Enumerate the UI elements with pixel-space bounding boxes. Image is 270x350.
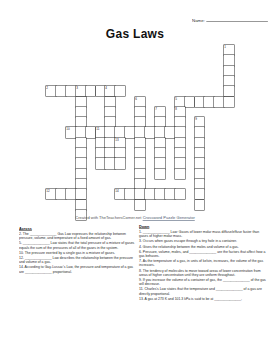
clue-number: 12 [46,189,50,192]
grid-cell[interactable] [135,179,145,189]
grid-cell[interactable]: 3 [76,86,86,96]
grid-cell[interactable] [105,117,115,127]
grid-cell[interactable] [76,107,86,117]
grid-cell[interactable] [96,138,106,148]
grid-cell[interactable] [76,158,86,168]
down-clue-list: 1. ______________ Law: Gases of lower mo… [139,230,268,301]
grid-cell[interactable] [86,86,96,96]
clue-item: 9. If you increase the volume of a conta… [139,278,268,286]
grid-cell[interactable] [175,127,185,137]
generator-link[interactable]: Crossword Puzzle Generator [143,216,195,220]
page-title: Gas Laws [0,27,270,41]
grid-cell[interactable] [195,158,205,168]
clue-item-text: A gas at 273 K and 101.3 kPa is said to … [145,297,243,301]
grid-cell[interactable] [224,55,234,65]
grid-cell[interactable] [175,138,185,148]
grid-cell[interactable] [105,97,115,107]
grid-cell[interactable] [76,189,86,199]
clue-item-text: According to Gay-Lussac's Law, the press… [19,265,133,273]
clue-item: 7. As the temperature of a gas, in units… [139,259,268,267]
grid-cell[interactable] [135,107,145,117]
grid-cell[interactable]: 1 [224,45,234,55]
grid-cell[interactable] [105,107,115,117]
grid-cell[interactable] [125,189,135,199]
grid-cell[interactable] [155,189,165,199]
clue-item: 5. ______________ Law states that the to… [19,241,138,249]
credit-text: Created with TheTeachersCorner.net [75,216,141,220]
grid-cell[interactable] [224,76,234,86]
grid-cell[interactable] [115,86,125,96]
grid-cell[interactable] [175,148,185,158]
grid-cell[interactable] [86,127,96,137]
clue-number: 5 [175,97,177,100]
clue-item: 8. The tendency of molecules to move tow… [139,268,268,276]
grid-cell[interactable] [76,179,86,189]
clue-item-text: If you increase the volume of a containe… [139,278,266,286]
across-clue-list: 2. The ______________ Gas Law expresses … [19,232,138,274]
grid-cell[interactable] [155,148,165,158]
down-clues-section: Down 1. ______________ Law: Gases of low… [139,224,268,302]
clue-number: 13 [115,138,119,141]
across-clues-section: Across 2. The ______________ Gas Law exp… [19,226,138,275]
clue-number: 11 [96,127,99,130]
clue-item: 4. Gives the relationship between the mo… [139,244,268,248]
grid-cell[interactable]: 8 [175,107,185,117]
grid-cell[interactable] [76,117,86,127]
grid-cell[interactable] [76,169,86,179]
grid-cell[interactable] [195,127,205,137]
grid-cell[interactable] [135,148,145,158]
clue-number: 6 [135,97,137,100]
clue-item-text: Charles's Law states that the temperatur… [139,287,262,295]
grid-cell[interactable] [195,179,205,189]
grid-cell[interactable]: 2 [46,86,56,96]
clue-item-text: As the temperature of a gas, in units of… [139,259,263,267]
name-row: Name: [192,17,268,23]
grid-cell[interactable] [66,189,76,199]
grid-cell[interactable]: 7 [155,107,165,117]
clue-item-text: ______________ Law: Gases of lower molar… [139,230,259,238]
grid-cell[interactable] [96,158,106,168]
grid-cell[interactable] [185,97,195,107]
grid-cell[interactable] [105,138,115,148]
grid-cell[interactable] [195,97,205,107]
clue-number: 1 [224,45,226,48]
grid-cell[interactable]: 10 [66,127,76,137]
clue-item-text: Occurs when gases escape through a tiny … [143,239,237,243]
grid-cell[interactable] [155,117,165,127]
clue-item-text: ______________ Law states that the total… [19,241,134,249]
clue-item-text: The tendency of molecules to move toward… [139,268,261,276]
clue-item: 13. A gas at 273 K and 101.3 kPa is said… [139,297,268,301]
clue-item: 6. Pressure, volume, moles, and ________… [139,249,268,257]
grid-cell[interactable]: 11 [96,127,106,137]
grid-cell[interactable] [155,127,165,137]
grid-cell[interactable] [155,158,165,168]
grid-cell[interactable] [175,189,185,199]
grid-cell[interactable] [224,97,234,107]
grid-cell[interactable] [145,127,155,137]
grid-cell[interactable]: 12 [46,189,56,199]
grid-cell[interactable] [115,127,125,137]
grid-cell[interactable]: 6 [135,97,145,107]
grid-cell[interactable] [76,200,86,210]
grid-cell[interactable] [96,148,106,158]
crossword-grid: 1234657891011131214 [46,45,244,221]
grid-cell[interactable] [195,189,205,199]
clue-item-text: The pressure exerted by a single gas in … [25,250,115,254]
clue-number: 4 [105,86,107,89]
grid-cell[interactable] [155,169,165,179]
grid-cell[interactable] [195,169,205,179]
grid-cell[interactable] [135,158,145,168]
credit-line: Created with TheTeachersCorner.net Cross… [57,216,214,220]
clue-item: 11. Charles's Law states that the temper… [139,287,268,295]
grid-cell[interactable] [66,86,76,96]
clue-item: 12. ______________ Law describes the rel… [19,256,138,264]
clue-number: 7 [155,107,157,110]
across-header: Across [19,226,138,231]
name-label: Name: [192,18,205,23]
grid-cell[interactable] [115,148,125,158]
clue-number: 2 [46,86,48,89]
clue-item: 10. The pressure exerted by a single gas… [19,250,138,254]
grid-cell[interactable] [224,66,234,76]
grid-cell[interactable] [115,158,125,168]
grid-cell[interactable] [195,148,205,158]
grid-cell[interactable]: 4 [105,86,115,96]
grid-cell[interactable]: 9 [195,117,205,127]
clue-item: 2. The ______________ Gas Law expresses … [19,232,138,240]
clue-item-text: Gives the relationship between the moles… [143,244,239,248]
grid-cell[interactable] [135,169,145,179]
grid-cell[interactable]: 13 [115,138,125,148]
clue-number: 3 [76,86,78,89]
grid-cell[interactable] [135,138,145,148]
clue-item: 14. According to Gay-Lussac's Law, the p… [19,265,138,273]
clue-number: 8 [175,107,177,110]
grid-cell[interactable]: 14 [115,189,125,199]
grid-cell[interactable] [135,127,145,137]
grid-cell[interactable] [175,158,185,168]
grid-cell[interactable] [175,169,185,179]
grid-cell[interactable] [195,200,205,210]
grid-cell[interactable] [135,117,145,127]
clue-item-text: Pressure, volume, moles, and ___________… [139,249,265,257]
grid-cell[interactable] [135,189,145,199]
grid-cell[interactable] [76,127,86,137]
grid-cell[interactable] [76,138,86,148]
grid-cell[interactable] [175,117,185,127]
clue-item: 3. Occurs when gases escape through a ti… [139,239,268,243]
clue-item-text: The ______________ Gas Law expresses the… [19,232,126,240]
grid-cell[interactable] [56,189,66,199]
down-header: Down [139,224,268,229]
grid-cell[interactable] [125,127,135,137]
clue-number: 14 [115,189,119,192]
grid-cell[interactable] [165,189,175,199]
grid-cell[interactable] [204,97,214,107]
grid-cell[interactable] [155,138,165,148]
clue-item-text: ______________ Law describes the relatio… [19,256,133,264]
grid-cell[interactable] [105,127,115,137]
grid-cell[interactable] [224,86,234,96]
grid-cell[interactable] [76,148,86,158]
clue-number: 10 [66,127,70,130]
grid-cell[interactable] [105,158,115,168]
grid-cell[interactable] [56,86,66,96]
clue-item: 1. ______________ Law: Gases of lower mo… [139,230,268,238]
grid-cell[interactable] [76,97,86,107]
grid-cell[interactable] [214,97,224,107]
grid-cell[interactable] [96,86,106,96]
grid-cell[interactable] [135,200,145,210]
grid-cell[interactable] [195,138,205,148]
grid-cell[interactable] [165,127,175,137]
grid-cell[interactable] [145,189,155,199]
clue-number: 9 [195,117,197,120]
name-blank-line [206,17,268,22]
grid-cell[interactable]: 5 [175,97,185,107]
grid-cell[interactable] [105,148,115,158]
